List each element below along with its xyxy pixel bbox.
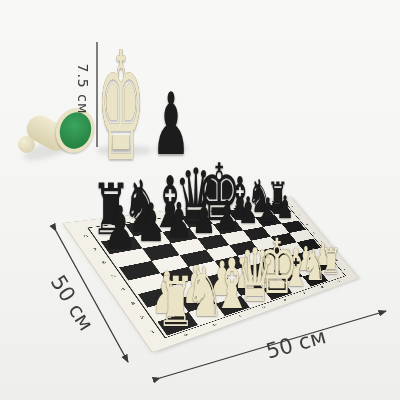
file-label-bottom-a: a: [183, 332, 189, 336]
king-shadow: [96, 145, 152, 156]
file-label-top-c: c: [162, 214, 167, 217]
rank-label-right-2: 2: [335, 259, 339, 262]
rank-label-left-6: 6: [101, 261, 108, 265]
file-label-top-g: g: [253, 203, 257, 205]
file-label-bottom-h: h: [336, 280, 340, 283]
dimension-lines: [0, 0, 400, 400]
side-dimension-label: 50 см: [46, 271, 99, 335]
rank-label-right-1: 1: [342, 268, 346, 271]
file-label-top-h: h: [271, 200, 275, 202]
rank-label-left-8: 8: [82, 235, 89, 238]
rank-label-right-7: 7: [298, 214, 302, 216]
file-label-bottom-b: b: [211, 322, 217, 326]
file-label-bottom-f: f: [302, 292, 305, 295]
file-label-top-f: f: [234, 205, 237, 207]
lying-piece-knob: [18, 136, 35, 153]
rank-label-left-7: 7: [92, 248, 99, 252]
product-photo-scene: 7.5 см ♚ ♟ aa88bb77cc66dd55ee44ff33gg22h…: [0, 0, 400, 400]
pawn-shadow: [154, 145, 188, 153]
file-label-bottom-d: d: [261, 305, 266, 308]
bottom-dimension-label: 50 см: [264, 324, 329, 363]
file-label-bottom-c: c: [238, 314, 243, 318]
file-label-bottom-e: e: [282, 298, 286, 301]
standing-white-king-piece: ♚: [97, 32, 145, 182]
file-label-top-d: d: [188, 211, 193, 214]
standing-black-pawn-piece: ♟: [152, 81, 191, 167]
height-dimension-label: 7.5 см: [75, 64, 91, 115]
file-label-top-b: b: [134, 217, 140, 220]
file-label-top-a: a: [103, 221, 109, 224]
rank-label-right-4: 4: [320, 241, 324, 243]
file-label-top-e: e: [212, 208, 217, 210]
rank-label-right-8: 8: [291, 206, 295, 208]
rank-label-left-3: 3: [129, 301, 136, 305]
rank-label-left-1: 1: [149, 329, 156, 333]
rank-label-left-2: 2: [139, 315, 146, 319]
rank-label-right-3: 3: [327, 250, 331, 252]
rank-label-left-5: 5: [110, 274, 117, 278]
rank-label-right-5: 5: [312, 232, 316, 234]
file-label-bottom-g: g: [320, 285, 324, 288]
rank-label-right-6: 6: [305, 223, 309, 225]
rank-label-left-4: 4: [120, 288, 127, 292]
